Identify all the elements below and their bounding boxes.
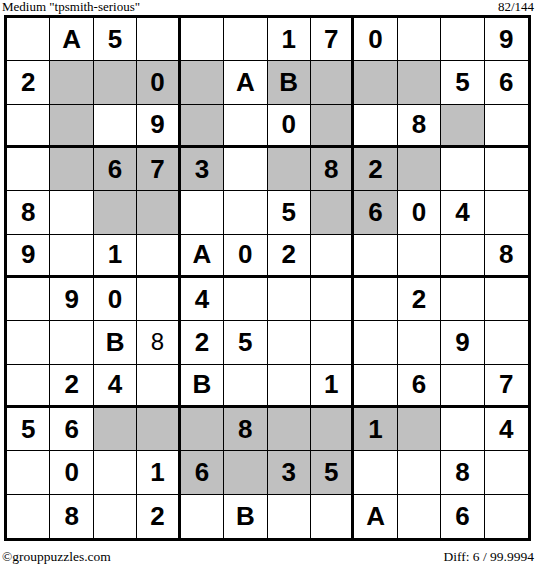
cell-r12c9[interactable]: A bbox=[354, 495, 397, 538]
difficulty-label: Diff: 6 / 99.9994 bbox=[444, 549, 535, 565]
cell-r1c4[interactable] bbox=[137, 18, 180, 61]
cell-r5c5[interactable] bbox=[181, 191, 224, 234]
cell-r9c4[interactable] bbox=[137, 365, 180, 408]
cell-r4c11[interactable] bbox=[441, 148, 484, 191]
cell-r8c1[interactable] bbox=[7, 321, 50, 364]
cell-r6c9[interactable] bbox=[354, 235, 397, 278]
cell-r7c10[interactable]: 2 bbox=[398, 278, 441, 321]
cell-r2c8[interactable] bbox=[311, 61, 354, 104]
cell-r9c1[interactable] bbox=[7, 365, 50, 408]
cell-r1c12[interactable]: 9 bbox=[485, 18, 528, 61]
cell-r8c3[interactable]: B bbox=[94, 321, 137, 364]
puzzle-page: Medium "tpsmith-serious" 82/144 A5170920… bbox=[0, 0, 535, 568]
cell-r3c11[interactable] bbox=[441, 105, 484, 148]
cell-r4c10[interactable] bbox=[398, 148, 441, 191]
cell-r6c7[interactable]: 2 bbox=[268, 235, 311, 278]
cell-r11c8[interactable]: 5 bbox=[311, 451, 354, 494]
cell-r3c9[interactable] bbox=[354, 105, 397, 148]
cell-r10c9[interactable]: 1 bbox=[354, 408, 397, 451]
cell-r1c3[interactable]: 5 bbox=[94, 18, 137, 61]
cell-r7c5[interactable]: 4 bbox=[181, 278, 224, 321]
cell-r9c7[interactable] bbox=[268, 365, 311, 408]
cell-r8c7[interactable] bbox=[268, 321, 311, 364]
cell-r10c10[interactable] bbox=[398, 408, 441, 451]
cell-r5c12[interactable] bbox=[485, 191, 528, 234]
cell-r6c10[interactable] bbox=[398, 235, 441, 278]
cell-r1c11[interactable] bbox=[441, 18, 484, 61]
cell-r3c5[interactable] bbox=[181, 105, 224, 148]
cell-r3c2[interactable] bbox=[50, 105, 93, 148]
cell-r3c7[interactable]: 0 bbox=[268, 105, 311, 148]
cell-r7c4[interactable] bbox=[137, 278, 180, 321]
cell-r2c12[interactable]: 6 bbox=[485, 61, 528, 104]
cell-r11c1[interactable] bbox=[7, 451, 50, 494]
cell-r7c1[interactable] bbox=[7, 278, 50, 321]
cell-r10c2[interactable]: 6 bbox=[50, 408, 93, 451]
cell-r4c2[interactable] bbox=[50, 148, 93, 191]
cell-r6c3[interactable]: 1 bbox=[94, 235, 137, 278]
cell-r2c6[interactable]: A bbox=[224, 61, 267, 104]
cell-r11c5[interactable]: 6 bbox=[181, 451, 224, 494]
cell-r2c5[interactable] bbox=[181, 61, 224, 104]
copyright-link[interactable]: ©grouppuzzles.com bbox=[2, 549, 111, 565]
cell-r12c3[interactable] bbox=[94, 495, 137, 538]
cell-r6c5[interactable]: A bbox=[181, 235, 224, 278]
cell-r7c6[interactable] bbox=[224, 278, 267, 321]
cell-r9c3[interactable]: 4 bbox=[94, 365, 137, 408]
cell-r11c7[interactable]: 3 bbox=[268, 451, 311, 494]
cell-r9c12[interactable]: 7 bbox=[485, 365, 528, 408]
cell-r9c6[interactable] bbox=[224, 365, 267, 408]
header: Medium "tpsmith-serious" 82/144 bbox=[2, 0, 534, 14]
cell-r11c6[interactable] bbox=[224, 451, 267, 494]
cell-r11c10[interactable] bbox=[398, 451, 441, 494]
cell-r1c2[interactable]: A bbox=[50, 18, 93, 61]
cell-r7c9[interactable] bbox=[354, 278, 397, 321]
cell-r6c4[interactable] bbox=[137, 235, 180, 278]
cell-r11c9[interactable] bbox=[354, 451, 397, 494]
cell-r9c8[interactable]: 1 bbox=[311, 365, 354, 408]
cell-r12c1[interactable] bbox=[7, 495, 50, 538]
cell-r12c6[interactable]: B bbox=[224, 495, 267, 538]
cell-r4c1[interactable] bbox=[7, 148, 50, 191]
cell-r2c11[interactable]: 5 bbox=[441, 61, 484, 104]
cell-r6c6[interactable]: 0 bbox=[224, 235, 267, 278]
cell-r11c3[interactable] bbox=[94, 451, 137, 494]
cell-r12c4[interactable]: 2 bbox=[137, 495, 180, 538]
cell-r10c5[interactable] bbox=[181, 408, 224, 451]
cell-r12c8[interactable] bbox=[311, 495, 354, 538]
cell-r5c2[interactable] bbox=[50, 191, 93, 234]
cell-r1c10[interactable] bbox=[398, 18, 441, 61]
cell-r10c6[interactable]: 8 bbox=[224, 408, 267, 451]
cell-r9c10[interactable]: 6 bbox=[398, 365, 441, 408]
cell-r7c3[interactable]: 0 bbox=[94, 278, 137, 321]
cell-r5c6[interactable] bbox=[224, 191, 267, 234]
cell-r1c6[interactable] bbox=[224, 18, 267, 61]
cell-r12c11[interactable]: 6 bbox=[441, 495, 484, 538]
cell-r2c7[interactable]: B bbox=[268, 61, 311, 104]
cell-r6c8[interactable] bbox=[311, 235, 354, 278]
cell-r12c5[interactable] bbox=[181, 495, 224, 538]
cell-r3c8[interactable] bbox=[311, 105, 354, 148]
cell-r6c2[interactable] bbox=[50, 235, 93, 278]
cell-r5c7[interactable]: 5 bbox=[268, 191, 311, 234]
cell-r11c2[interactable]: 0 bbox=[50, 451, 93, 494]
cell-r4c3[interactable]: 6 bbox=[94, 148, 137, 191]
cell-r3c12[interactable] bbox=[485, 105, 528, 148]
cell-r7c7[interactable] bbox=[268, 278, 311, 321]
cell-r12c2[interactable]: 8 bbox=[50, 495, 93, 538]
sudoku-board: A5170920AB56908673828560491A0289042B8259… bbox=[4, 15, 531, 541]
cell-r3c3[interactable] bbox=[94, 105, 137, 148]
cell-r5c11[interactable]: 4 bbox=[441, 191, 484, 234]
cell-r10c12[interactable]: 4 bbox=[485, 408, 528, 451]
cell-r1c5[interactable] bbox=[181, 18, 224, 61]
cell-r4c7[interactable] bbox=[268, 148, 311, 191]
cell-r1c8[interactable]: 7 bbox=[311, 18, 354, 61]
cell-r8c11[interactable]: 9 bbox=[441, 321, 484, 364]
page-title: Medium "tpsmith-serious" bbox=[2, 0, 140, 14]
cell-r4c4[interactable]: 7 bbox=[137, 148, 180, 191]
cell-r12c10[interactable] bbox=[398, 495, 441, 538]
cell-r10c8[interactable] bbox=[311, 408, 354, 451]
cell-r6c11[interactable] bbox=[441, 235, 484, 278]
cell-r6c1[interactable]: 9 bbox=[7, 235, 50, 278]
cell-r5c1[interactable]: 8 bbox=[7, 191, 50, 234]
cell-r8c9[interactable] bbox=[354, 321, 397, 364]
cell-r1c1[interactable] bbox=[7, 18, 50, 61]
cell-r8c5[interactable]: 2 bbox=[181, 321, 224, 364]
cell-r11c4[interactable]: 1 bbox=[137, 451, 180, 494]
cell-r5c3[interactable] bbox=[94, 191, 137, 234]
cell-r3c10[interactable]: 8 bbox=[398, 105, 441, 148]
cell-r12c7[interactable] bbox=[268, 495, 311, 538]
footer: ©grouppuzzles.com Diff: 6 / 99.9994 bbox=[2, 547, 534, 567]
cell-r12c12[interactable] bbox=[485, 495, 528, 538]
fill-counter: 82/144 bbox=[498, 0, 534, 14]
cell-r1c9[interactable]: 0 bbox=[354, 18, 397, 61]
cell-r3c6[interactable] bbox=[224, 105, 267, 148]
cell-r7c12[interactable] bbox=[485, 278, 528, 321]
cell-r8c4[interactable]: 8 bbox=[137, 321, 180, 364]
cell-r2c1[interactable]: 2 bbox=[7, 61, 50, 104]
cell-r11c12[interactable] bbox=[485, 451, 528, 494]
cell-r2c2[interactable] bbox=[50, 61, 93, 104]
cell-r5c10[interactable]: 0 bbox=[398, 191, 441, 234]
cell-r8c10[interactable] bbox=[398, 321, 441, 364]
cell-r9c5[interactable]: B bbox=[181, 365, 224, 408]
cell-r3c1[interactable] bbox=[7, 105, 50, 148]
cell-r9c11[interactable] bbox=[441, 365, 484, 408]
cell-r4c12[interactable] bbox=[485, 148, 528, 191]
cell-r4c9[interactable]: 2 bbox=[354, 148, 397, 191]
cell-r4c5[interactable]: 3 bbox=[181, 148, 224, 191]
cell-r6c12[interactable]: 8 bbox=[485, 235, 528, 278]
cell-r10c3[interactable] bbox=[94, 408, 137, 451]
cell-r5c4[interactable] bbox=[137, 191, 180, 234]
cell-r7c2[interactable]: 9 bbox=[50, 278, 93, 321]
cell-r8c6[interactable]: 5 bbox=[224, 321, 267, 364]
cell-r2c9[interactable] bbox=[354, 61, 397, 104]
cell-r11c11[interactable]: 8 bbox=[441, 451, 484, 494]
cell-r8c2[interactable] bbox=[50, 321, 93, 364]
cell-r4c6[interactable] bbox=[224, 148, 267, 191]
cell-r10c11[interactable] bbox=[441, 408, 484, 451]
cell-r8c12[interactable] bbox=[485, 321, 528, 364]
cell-r4c8[interactable]: 8 bbox=[311, 148, 354, 191]
cell-r5c8[interactable] bbox=[311, 191, 354, 234]
cell-r10c7[interactable] bbox=[268, 408, 311, 451]
cell-r10c4[interactable] bbox=[137, 408, 180, 451]
cell-r1c7[interactable]: 1 bbox=[268, 18, 311, 61]
cell-r5c9[interactable]: 6 bbox=[354, 191, 397, 234]
cell-r9c2[interactable]: 2 bbox=[50, 365, 93, 408]
cell-r3c4[interactable]: 9 bbox=[137, 105, 180, 148]
cell-r2c10[interactable] bbox=[398, 61, 441, 104]
cell-r2c3[interactable] bbox=[94, 61, 137, 104]
cell-r7c8[interactable] bbox=[311, 278, 354, 321]
cell-r7c11[interactable] bbox=[441, 278, 484, 321]
cell-r8c8[interactable] bbox=[311, 321, 354, 364]
cell-r10c1[interactable]: 5 bbox=[7, 408, 50, 451]
cell-r2c4[interactable]: 0 bbox=[137, 61, 180, 104]
cell-r9c9[interactable] bbox=[354, 365, 397, 408]
